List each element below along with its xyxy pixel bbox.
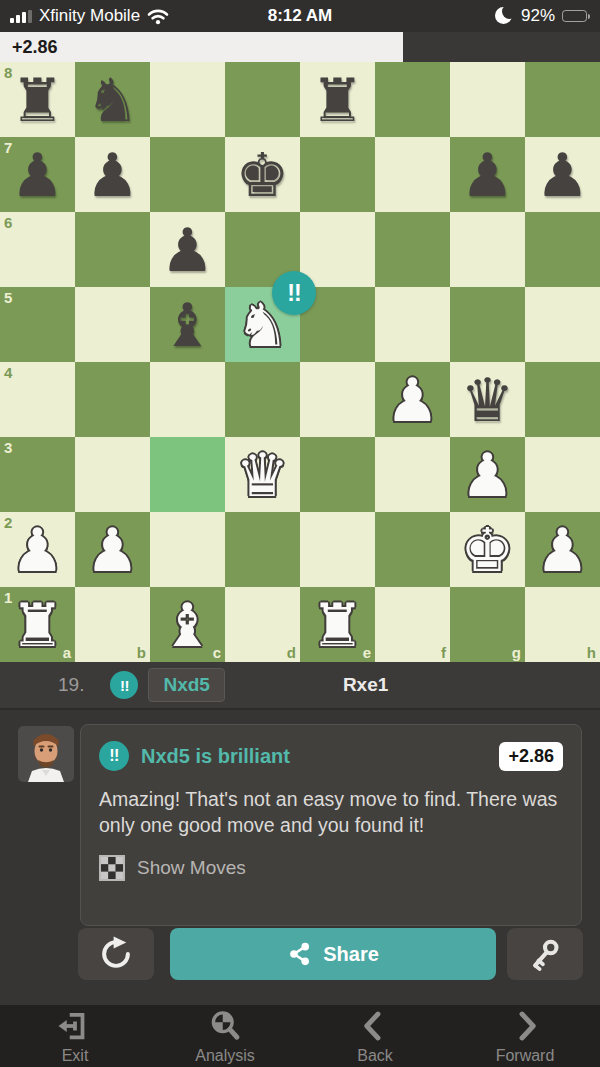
square-h1[interactable]: h <box>525 587 600 662</box>
piece-bR-a8: ♜ <box>0 62 75 137</box>
piece-bP-b7: ♟ <box>75 137 150 212</box>
square-b4[interactable] <box>75 362 150 437</box>
square-a5[interactable]: 5 <box>0 287 75 362</box>
square-c4[interactable] <box>150 362 225 437</box>
square-h8[interactable] <box>525 62 600 137</box>
square-g5[interactable] <box>450 287 525 362</box>
file-label-g: g <box>512 645 521 660</box>
square-h5[interactable] <box>525 287 600 362</box>
square-e4[interactable] <box>300 362 375 437</box>
square-a7[interactable]: 7♟ <box>0 137 75 212</box>
feedback-title: Nxd5 is brilliant <box>141 745 290 768</box>
back-icon <box>357 1008 393 1044</box>
forward-icon <box>507 1008 543 1044</box>
square-f3[interactable] <box>375 437 450 512</box>
square-f4[interactable]: ♟ <box>375 362 450 437</box>
square-d4[interactable] <box>225 362 300 437</box>
evaluation-bar: +2.86 <box>0 32 600 62</box>
retry-button[interactable] <box>78 928 154 980</box>
piece-wP-a2: ♟ <box>0 512 75 587</box>
nav-label-analysis: Analysis <box>195 1047 255 1065</box>
piece-wR-e1: ♜ <box>300 587 375 662</box>
square-g8[interactable] <box>450 62 525 137</box>
square-h3[interactable] <box>525 437 600 512</box>
nav-item-exit[interactable]: Exit <box>0 1005 150 1067</box>
square-e7[interactable] <box>300 137 375 212</box>
square-h6[interactable] <box>525 212 600 287</box>
cell-signal-icon <box>10 10 32 23</box>
nav-label-back: Back <box>357 1047 393 1065</box>
square-b1[interactable]: b <box>75 587 150 662</box>
square-c5[interactable]: ♝ <box>150 287 225 362</box>
retry-icon <box>97 935 135 973</box>
square-a1[interactable]: 1a♜ <box>0 587 75 662</box>
nav-item-forward[interactable]: Forward <box>450 1005 600 1067</box>
show-moves-label: Show Moves <box>137 857 246 879</box>
square-d2[interactable] <box>225 512 300 587</box>
brilliant-move-badge: !! <box>272 271 316 315</box>
square-d5[interactable]: ♞!! <box>225 287 300 362</box>
show-moves-button[interactable]: Show Moves <box>99 855 563 881</box>
nav-label-forward: Forward <box>496 1047 555 1065</box>
white-move-button[interactable]: Nxd5 <box>148 668 224 702</box>
chess-board[interactable]: 8♜♞♜7♟♟♚♟♟6♟5♝♞!!4♟♛3♛♟2♟♟♚♟1a♜bc♝de♜fgh <box>0 62 600 662</box>
piece-bB-c5: ♝ <box>150 287 225 362</box>
square-h7[interactable]: ♟ <box>525 137 600 212</box>
piece-wP-f4: ♟ <box>375 362 450 437</box>
mini-board-icon <box>99 855 125 881</box>
square-d8[interactable] <box>225 62 300 137</box>
square-e8[interactable]: ♜ <box>300 62 375 137</box>
file-label-b: b <box>137 645 146 660</box>
square-a2[interactable]: 2♟ <box>0 512 75 587</box>
piece-wB-c1: ♝ <box>150 587 225 662</box>
square-f2[interactable] <box>375 512 450 587</box>
square-f1[interactable]: f <box>375 587 450 662</box>
piece-wK-g2: ♚ <box>450 512 525 587</box>
clock: 8:12 AM <box>268 6 333 26</box>
square-a6[interactable]: 6 <box>0 212 75 287</box>
square-e6[interactable] <box>300 212 375 287</box>
rank-label-4: 4 <box>4 365 12 380</box>
feedback-comment: Amazing! That's not an easy move to find… <box>99 786 563 839</box>
square-g1[interactable]: g <box>450 587 525 662</box>
battery-percent: 92% <box>521 6 555 26</box>
square-b3[interactable] <box>75 437 150 512</box>
eval-badge: +2.86 <box>499 742 563 771</box>
share-label: Share <box>323 943 379 966</box>
square-b2[interactable]: ♟ <box>75 512 150 587</box>
piece-wP-h2: ♟ <box>525 512 600 587</box>
square-c2[interactable] <box>150 512 225 587</box>
square-f6[interactable] <box>375 212 450 287</box>
battery-icon <box>562 10 590 23</box>
key-button[interactable] <box>507 928 583 980</box>
square-f5[interactable] <box>375 287 450 362</box>
square-c6[interactable]: ♟ <box>150 212 225 287</box>
piece-wP-b2: ♟ <box>75 512 150 587</box>
avatar <box>18 726 74 782</box>
square-g3[interactable]: ♟ <box>450 437 525 512</box>
piece-bP-h7: ♟ <box>525 137 600 212</box>
square-c1[interactable]: c♝ <box>150 587 225 662</box>
square-f7[interactable] <box>375 137 450 212</box>
share-icon <box>287 941 313 967</box>
brilliant-icon: !! <box>99 741 129 771</box>
piece-bP-a7: ♟ <box>0 137 75 212</box>
carrier-label: Xfinity Mobile <box>39 6 140 26</box>
square-e2[interactable] <box>300 512 375 587</box>
rank-label-6: 6 <box>4 215 12 230</box>
black-move-button[interactable]: Rxe1 <box>343 674 388 696</box>
piece-bP-c6: ♟ <box>150 212 225 287</box>
piece-bQ-g4: ♛ <box>450 362 525 437</box>
square-c3[interactable] <box>150 437 225 512</box>
piece-wQ-d3: ♛ <box>225 437 300 512</box>
file-label-h: h <box>587 645 596 660</box>
square-d3[interactable]: ♛ <box>225 437 300 512</box>
move-bar: 19. !! Nxd5 Rxe1 <box>0 662 600 710</box>
square-a8[interactable]: 8♜ <box>0 62 75 137</box>
file-label-f: f <box>441 645 446 660</box>
square-b5[interactable] <box>75 287 150 362</box>
square-c7[interactable] <box>150 137 225 212</box>
evaluation-bar-white: +2.86 <box>0 32 403 62</box>
nav-item-analysis[interactable]: Analysis <box>150 1005 300 1067</box>
piece-bN-b8: ♞ <box>75 62 150 137</box>
nav-label-exit: Exit <box>62 1047 89 1065</box>
nav-item-back[interactable]: Back <box>300 1005 450 1067</box>
status-bar: Xfinity Mobile 8:12 AM 92% <box>0 0 600 32</box>
rank-label-5: 5 <box>4 290 12 305</box>
brilliant-icon: !! <box>110 671 138 699</box>
square-g6[interactable] <box>450 212 525 287</box>
square-a3[interactable]: 3 <box>0 437 75 512</box>
square-e3[interactable] <box>300 437 375 512</box>
app-screen: Xfinity Mobile 8:12 AM 92% +2.86 8♜♞♜7♟♟… <box>0 0 600 1067</box>
rank-label-3: 3 <box>4 440 12 455</box>
square-f8[interactable] <box>375 62 450 137</box>
square-b8[interactable]: ♞ <box>75 62 150 137</box>
square-a4[interactable]: 4 <box>0 362 75 437</box>
square-e1[interactable]: e♜ <box>300 587 375 662</box>
analysis-panel: !! Nxd5 is brilliant +2.86 Amazing! That… <box>0 710 600 1005</box>
square-b7[interactable]: ♟ <box>75 137 150 212</box>
piece-bK-d7: ♚ <box>225 137 300 212</box>
square-h2[interactable]: ♟ <box>525 512 600 587</box>
analysis-icon <box>207 1008 243 1044</box>
bottom-nav: Exit Analysis Back Forward <box>0 1005 600 1067</box>
square-g2[interactable]: ♚ <box>450 512 525 587</box>
piece-wR-a1: ♜ <box>0 587 75 662</box>
share-button[interactable]: Share <box>170 928 496 980</box>
square-b6[interactable] <box>75 212 150 287</box>
piece-wP-g3: ♟ <box>450 437 525 512</box>
wifi-icon <box>147 8 169 25</box>
square-g4[interactable]: ♛ <box>450 362 525 437</box>
exit-icon <box>57 1008 93 1044</box>
piece-bR-e8: ♜ <box>300 62 375 137</box>
key-icon <box>527 936 563 972</box>
moon-icon <box>494 6 514 26</box>
piece-bP-g7: ♟ <box>450 137 525 212</box>
file-label-d: d <box>287 645 296 660</box>
move-number: 19. <box>58 674 84 696</box>
square-h4[interactable] <box>525 362 600 437</box>
square-c8[interactable] <box>150 62 225 137</box>
move-feedback-card: !! Nxd5 is brilliant +2.86 Amazing! That… <box>80 724 582 926</box>
square-d1[interactable]: d <box>225 587 300 662</box>
square-g7[interactable]: ♟ <box>450 137 525 212</box>
square-d7[interactable]: ♚ <box>225 137 300 212</box>
evaluation-value: +2.86 <box>0 37 58 58</box>
